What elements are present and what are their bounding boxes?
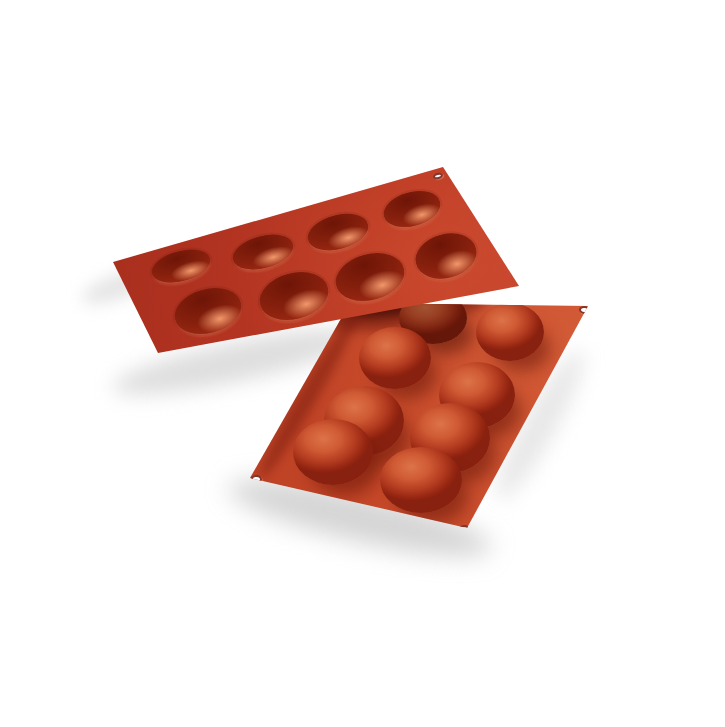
half-sphere-dome <box>380 447 462 513</box>
half-sphere-cavity <box>254 265 334 328</box>
product-photo <box>0 0 725 727</box>
half-sphere-cavity <box>229 229 297 276</box>
mold-bottom-view-domes <box>0 0 725 727</box>
half-sphere-cavity <box>169 281 246 341</box>
half-sphere-cavity <box>148 244 214 289</box>
half-sphere-cavity <box>410 227 481 286</box>
half-sphere-dome <box>476 303 544 361</box>
corner-hanging-hole <box>578 305 590 314</box>
half-sphere-dome <box>293 419 373 485</box>
corner-hanging-hole <box>432 172 443 180</box>
half-sphere-dome <box>359 327 431 389</box>
half-sphere-cavity <box>380 185 445 233</box>
half-sphere-cavity <box>330 246 410 309</box>
half-sphere-cavity <box>304 208 373 257</box>
